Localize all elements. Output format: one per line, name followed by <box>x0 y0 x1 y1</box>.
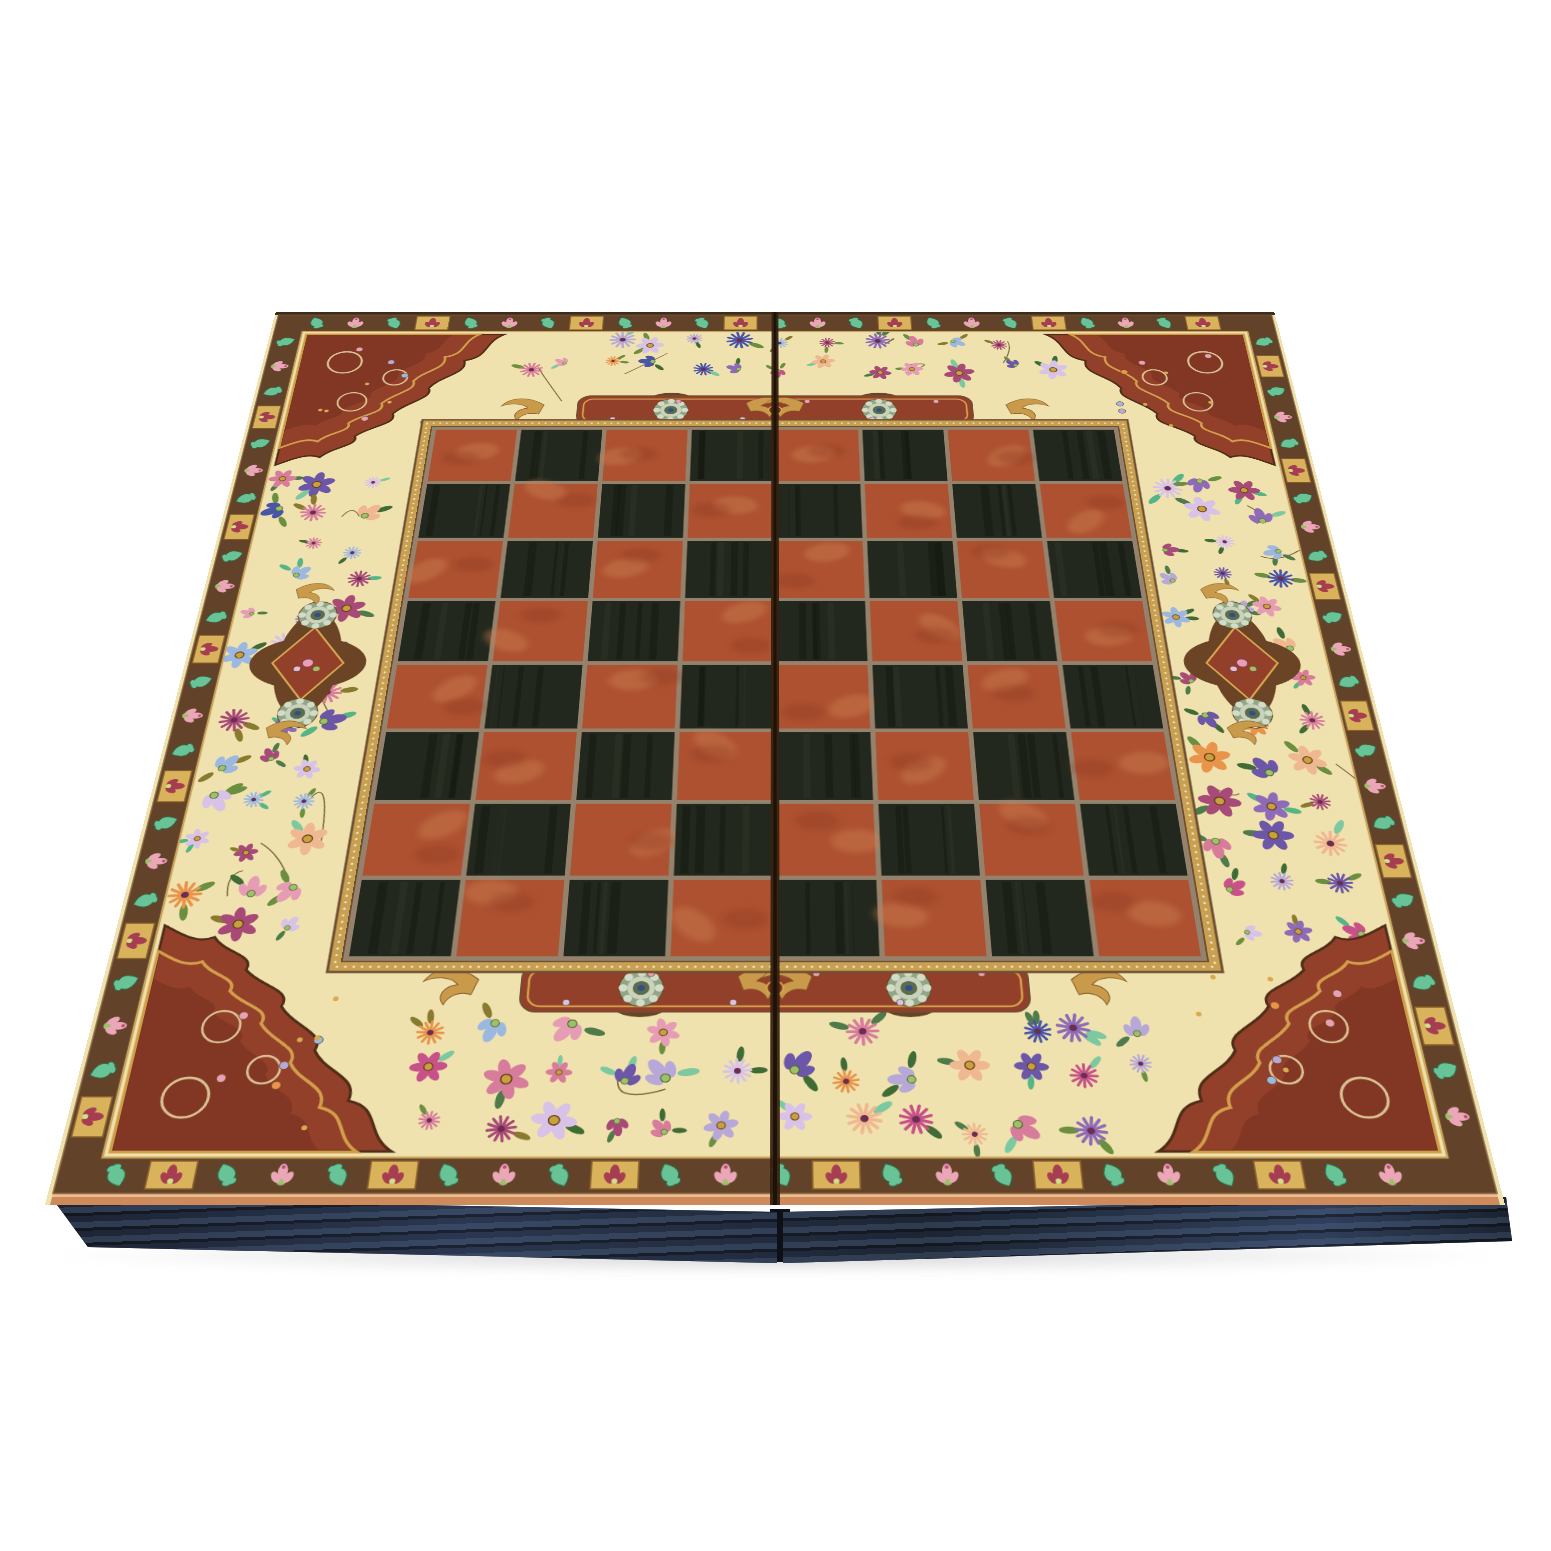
square-b8 <box>515 430 602 481</box>
square-d2 <box>674 804 773 876</box>
square-d5 <box>683 597 773 661</box>
square-a1 <box>349 880 460 956</box>
square-g4 <box>967 664 1065 729</box>
square-h2 <box>1080 804 1188 876</box>
square-f4 <box>872 665 967 729</box>
square-a8 <box>428 430 517 481</box>
square-b6 <box>501 541 593 598</box>
square-a7 <box>418 484 510 538</box>
trim-motif <box>590 1161 639 1189</box>
square-b1 <box>456 880 564 956</box>
square-a2 <box>362 804 475 876</box>
square-g1 <box>986 880 1094 956</box>
square-h4 <box>1063 665 1164 729</box>
square-f6 <box>867 541 957 598</box>
square-e6 <box>774 540 865 598</box>
square-f1 <box>871 880 986 956</box>
square-c6 <box>593 541 683 598</box>
square-h1 <box>1087 880 1200 956</box>
board-top-surface <box>45 312 1505 1205</box>
square-a3 <box>375 732 479 800</box>
square-c7 <box>598 484 685 538</box>
square-g7 <box>952 484 1042 538</box>
trim-motif <box>145 1161 199 1189</box>
square-d3 <box>677 725 773 800</box>
square-d4 <box>680 665 773 729</box>
square-g2 <box>979 796 1084 876</box>
trim-motif <box>415 316 450 330</box>
trim-motif <box>1185 316 1221 330</box>
trim-motif <box>1031 316 1066 330</box>
square-c1 <box>563 880 668 956</box>
square-e2 <box>778 804 885 876</box>
square-d8 <box>690 430 773 481</box>
photo-stage <box>0 0 1551 1551</box>
fold-seam <box>770 312 780 1205</box>
square-c5 <box>588 601 681 661</box>
square-e7 <box>777 484 862 538</box>
square-e3 <box>777 732 873 800</box>
square-g8 <box>948 430 1038 481</box>
square-c8 <box>594 430 688 481</box>
square-c3 <box>576 732 674 800</box>
square-b4 <box>484 665 582 729</box>
square-b3 <box>476 732 577 800</box>
square-b2 <box>466 804 571 876</box>
square-d1 <box>662 880 773 956</box>
square-a5 <box>398 601 496 661</box>
board-scene <box>45 0 1505 1205</box>
trim-motif <box>1256 356 1284 377</box>
square-f8 <box>862 430 947 481</box>
square-c2 <box>570 804 686 876</box>
trim-motif <box>367 1161 418 1189</box>
square-h6 <box>1047 541 1142 598</box>
square-h5 <box>1055 601 1153 661</box>
trim-motif <box>1033 1161 1083 1189</box>
square-h8 <box>1033 430 1122 481</box>
square-e1 <box>778 880 880 956</box>
square-f2 <box>878 804 980 876</box>
square-g5 <box>962 601 1057 661</box>
square-e8 <box>777 430 860 481</box>
square-g3 <box>973 732 1074 800</box>
square-e4 <box>777 665 880 729</box>
square-a4 <box>387 665 491 729</box>
square-h3 <box>1066 732 1177 800</box>
square-f3 <box>875 732 973 800</box>
trim-motif <box>878 316 912 330</box>
square-d6 <box>685 541 773 598</box>
trim-motif <box>812 1161 860 1189</box>
trim-motif <box>1253 1161 1306 1189</box>
square-h7 <box>1040 484 1132 539</box>
square-e5 <box>777 601 867 661</box>
trim-motif <box>724 316 757 330</box>
square-b7 <box>508 476 598 537</box>
square-d7 <box>688 484 773 538</box>
square-f5 <box>870 601 969 661</box>
square-g6 <box>957 541 1049 598</box>
square-c4 <box>582 665 682 729</box>
trim-motif <box>569 316 603 330</box>
board-decoration-svg <box>45 312 1505 1205</box>
square-f7 <box>865 484 952 538</box>
